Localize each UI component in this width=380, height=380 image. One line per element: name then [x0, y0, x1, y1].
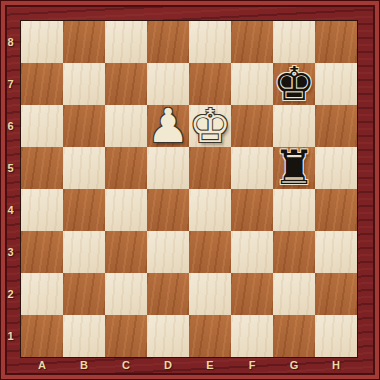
square-c4[interactable] [105, 189, 147, 231]
black-rook-piece[interactable]: ♜ [273, 147, 315, 189]
black-king-piece[interactable]: ♚ [273, 63, 315, 105]
square-f2[interactable] [231, 273, 273, 315]
square-h5[interactable] [315, 147, 357, 189]
square-a4[interactable] [21, 189, 63, 231]
square-e1[interactable] [189, 315, 231, 357]
square-a8[interactable] [21, 21, 63, 63]
chess-diagram: ♚♟♚♜ 87654321 ABCDEFGH [0, 0, 380, 380]
square-d1[interactable] [147, 315, 189, 357]
chess-board: ♚♟♚♜ [21, 21, 357, 357]
square-a7[interactable] [21, 63, 63, 105]
square-h7[interactable] [315, 63, 357, 105]
file-coordinates: ABCDEFGH [21, 356, 357, 374]
square-c2[interactable] [105, 273, 147, 315]
square-b6[interactable] [63, 105, 105, 147]
file-label-d: D [164, 359, 172, 371]
square-d6[interactable]: ♟ [147, 105, 189, 147]
square-h1[interactable] [315, 315, 357, 357]
square-g4[interactable] [273, 189, 315, 231]
square-f6[interactable] [231, 105, 273, 147]
square-f1[interactable] [231, 315, 273, 357]
square-a5[interactable] [21, 147, 63, 189]
square-c6[interactable] [105, 105, 147, 147]
rank-label-4: 4 [7, 204, 13, 216]
square-g5[interactable]: ♜ [273, 147, 315, 189]
square-e3[interactable] [189, 231, 231, 273]
square-b5[interactable] [63, 147, 105, 189]
square-e8[interactable] [189, 21, 231, 63]
square-c1[interactable] [105, 315, 147, 357]
square-a2[interactable] [21, 273, 63, 315]
rank-label-3: 3 [7, 246, 13, 258]
file-label-g: G [290, 359, 299, 371]
square-b2[interactable] [63, 273, 105, 315]
square-h8[interactable] [315, 21, 357, 63]
square-a6[interactable] [21, 105, 63, 147]
white-pawn-piece[interactable]: ♟ [147, 105, 189, 147]
square-b4[interactable] [63, 189, 105, 231]
rank-coordinates: 87654321 [0, 21, 21, 357]
square-a1[interactable] [21, 315, 63, 357]
square-d3[interactable] [147, 231, 189, 273]
square-d8[interactable] [147, 21, 189, 63]
square-c8[interactable] [105, 21, 147, 63]
rank-label-8: 8 [7, 36, 13, 48]
square-b8[interactable] [63, 21, 105, 63]
rank-label-7: 7 [7, 78, 13, 90]
square-c5[interactable] [105, 147, 147, 189]
square-d5[interactable] [147, 147, 189, 189]
square-f3[interactable] [231, 231, 273, 273]
file-label-c: C [122, 359, 130, 371]
file-label-b: B [80, 359, 88, 371]
square-d2[interactable] [147, 273, 189, 315]
square-e5[interactable] [189, 147, 231, 189]
square-h6[interactable] [315, 105, 357, 147]
square-c3[interactable] [105, 231, 147, 273]
square-b3[interactable] [63, 231, 105, 273]
square-h3[interactable] [315, 231, 357, 273]
square-b7[interactable] [63, 63, 105, 105]
square-e6[interactable]: ♚ [189, 105, 231, 147]
square-h2[interactable] [315, 273, 357, 315]
square-h4[interactable] [315, 189, 357, 231]
square-g3[interactable] [273, 231, 315, 273]
square-f4[interactable] [231, 189, 273, 231]
file-label-h: H [332, 359, 340, 371]
square-g7[interactable]: ♚ [273, 63, 315, 105]
white-king-piece[interactable]: ♚ [189, 105, 231, 147]
square-f5[interactable] [231, 147, 273, 189]
file-label-f: F [249, 359, 256, 371]
square-f7[interactable] [231, 63, 273, 105]
square-f8[interactable] [231, 21, 273, 63]
file-label-e: E [206, 359, 213, 371]
square-g1[interactable] [273, 315, 315, 357]
square-e2[interactable] [189, 273, 231, 315]
rank-label-5: 5 [7, 162, 13, 174]
square-g2[interactable] [273, 273, 315, 315]
rank-label-1: 1 [7, 330, 13, 342]
square-b1[interactable] [63, 315, 105, 357]
square-e4[interactable] [189, 189, 231, 231]
rank-label-6: 6 [7, 120, 13, 132]
square-d4[interactable] [147, 189, 189, 231]
rank-label-2: 2 [7, 288, 13, 300]
square-c7[interactable] [105, 63, 147, 105]
square-a3[interactable] [21, 231, 63, 273]
file-label-a: A [38, 359, 46, 371]
